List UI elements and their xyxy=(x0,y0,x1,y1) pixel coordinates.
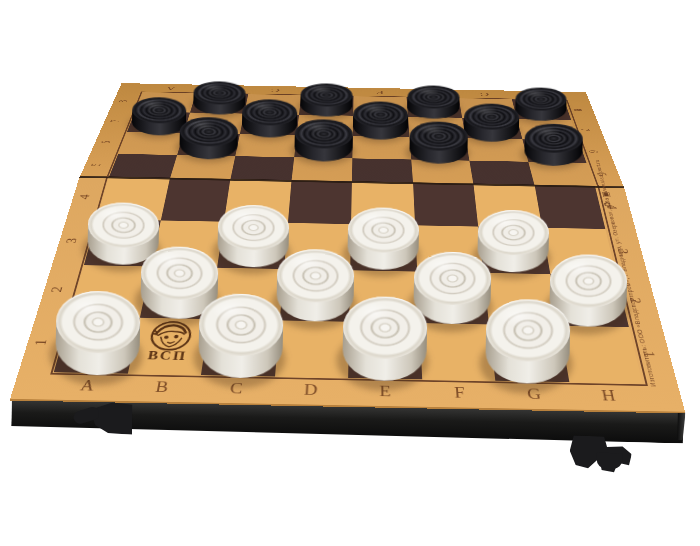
piece-black-b8[interactable] xyxy=(193,81,246,116)
piece-black-f6[interactable] xyxy=(409,121,468,164)
piece-black-g7[interactable] xyxy=(464,103,520,142)
checkers-board-photo: ABCDEFGH55667788 ABCDEFGH11223344 xyxy=(0,0,700,546)
piece-white-a1[interactable] xyxy=(55,291,141,376)
piece-white-e3[interactable] xyxy=(347,207,420,270)
piece-white-c1[interactable] xyxy=(199,294,285,379)
piece-black-a7[interactable] xyxy=(131,97,187,136)
piece-white-e1[interactable] xyxy=(342,296,428,381)
board-tilt-wrapper: ABCDEFGH55667788 ABCDEFGH11223344 xyxy=(0,0,700,546)
piece-black-h6[interactable] xyxy=(524,123,583,166)
piece-black-h8[interactable] xyxy=(515,87,568,122)
piece-black-c7[interactable] xyxy=(242,99,298,138)
piece-black-e7[interactable] xyxy=(353,101,409,140)
piece-black-f8[interactable] xyxy=(408,85,461,120)
piece-top-face xyxy=(140,246,218,300)
piece-white-g1[interactable] xyxy=(485,299,571,384)
piece-top-face xyxy=(301,83,353,107)
piece-black-d8[interactable] xyxy=(300,83,353,118)
pieces-overlay xyxy=(0,0,700,546)
piece-top-face xyxy=(408,85,460,109)
piece-black-d6[interactable] xyxy=(294,119,353,162)
piece-top-face xyxy=(193,81,245,105)
piece-black-b6[interactable] xyxy=(179,116,238,159)
